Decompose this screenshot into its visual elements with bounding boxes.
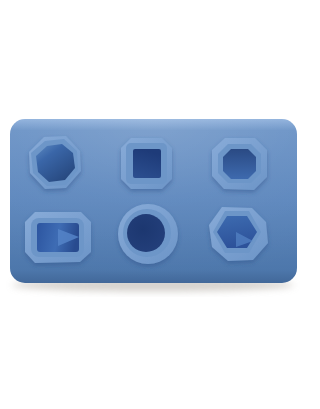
mold-octagon-cavity (223, 149, 256, 179)
mold-round-cavity (127, 214, 165, 252)
mold-octagon (212, 138, 267, 190)
mold-rectangle (25, 212, 91, 263)
product-photo: Blue silicone gem-shaped ice cube tray w… (0, 0, 320, 409)
mold-square (121, 138, 172, 189)
mold-square-cavity (133, 149, 161, 178)
ice-cube-tray-photo (0, 0, 320, 409)
mold-round (118, 204, 178, 264)
